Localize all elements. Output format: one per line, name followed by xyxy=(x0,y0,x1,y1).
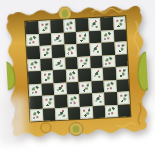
square-c8 xyxy=(50,20,63,33)
square-c6 xyxy=(52,45,65,58)
square-f4 xyxy=(90,68,103,81)
square-a7 xyxy=(26,33,39,46)
square-e1 xyxy=(80,106,93,119)
square-d2 xyxy=(67,94,80,107)
square-h5 xyxy=(115,54,128,67)
square-a6 xyxy=(27,46,40,59)
square-d5 xyxy=(65,56,78,69)
square-b1 xyxy=(42,108,55,121)
square-e7 xyxy=(76,31,89,44)
square-e4 xyxy=(78,68,91,81)
square-f8 xyxy=(88,18,101,31)
square-c2 xyxy=(54,95,67,108)
square-a2 xyxy=(29,96,42,109)
square-g1 xyxy=(105,104,118,117)
square-g5 xyxy=(102,55,115,68)
square-f7 xyxy=(88,30,101,43)
square-a4 xyxy=(28,71,41,84)
square-c1 xyxy=(55,107,68,120)
square-d8 xyxy=(63,19,76,32)
square-b7 xyxy=(38,33,51,46)
square-h1 xyxy=(117,104,130,117)
square-g6 xyxy=(101,42,114,55)
square-e5 xyxy=(77,56,90,69)
square-e6 xyxy=(77,43,90,56)
square-b4 xyxy=(40,70,53,83)
chessboard-photo xyxy=(0,0,155,155)
square-d7 xyxy=(63,32,76,45)
square-g2 xyxy=(104,92,117,105)
square-b3 xyxy=(41,83,54,96)
square-e3 xyxy=(78,81,91,94)
square-b6 xyxy=(39,45,52,58)
square-a1 xyxy=(30,108,43,121)
square-d3 xyxy=(66,81,79,94)
square-c5 xyxy=(52,57,65,70)
square-b2 xyxy=(42,95,55,108)
square-g8 xyxy=(100,17,113,30)
square-h6 xyxy=(114,41,127,54)
square-f1 xyxy=(92,105,105,118)
square-d6 xyxy=(64,44,77,57)
square-h7 xyxy=(113,29,126,42)
board-tray xyxy=(4,2,151,141)
square-h8 xyxy=(113,16,126,29)
square-c7 xyxy=(51,32,64,45)
square-a5 xyxy=(27,58,40,71)
square-g4 xyxy=(103,67,116,80)
square-f5 xyxy=(90,55,103,68)
left-apron-engraving xyxy=(14,99,18,119)
square-f2 xyxy=(92,93,105,106)
square-h2 xyxy=(117,91,130,104)
square-e8 xyxy=(75,18,88,31)
square-g3 xyxy=(103,79,116,92)
square-a3 xyxy=(29,83,42,96)
square-c4 xyxy=(53,70,66,83)
square-h4 xyxy=(115,66,128,79)
square-d4 xyxy=(65,69,78,82)
square-b5 xyxy=(40,58,53,71)
chess-board xyxy=(25,16,130,121)
square-c3 xyxy=(54,82,67,95)
square-f3 xyxy=(91,80,104,93)
square-e2 xyxy=(79,93,92,106)
square-f6 xyxy=(89,43,102,56)
square-b8 xyxy=(38,20,51,33)
square-g7 xyxy=(101,30,114,43)
square-d1 xyxy=(67,106,80,119)
square-a8 xyxy=(25,21,38,34)
square-h3 xyxy=(116,79,129,92)
